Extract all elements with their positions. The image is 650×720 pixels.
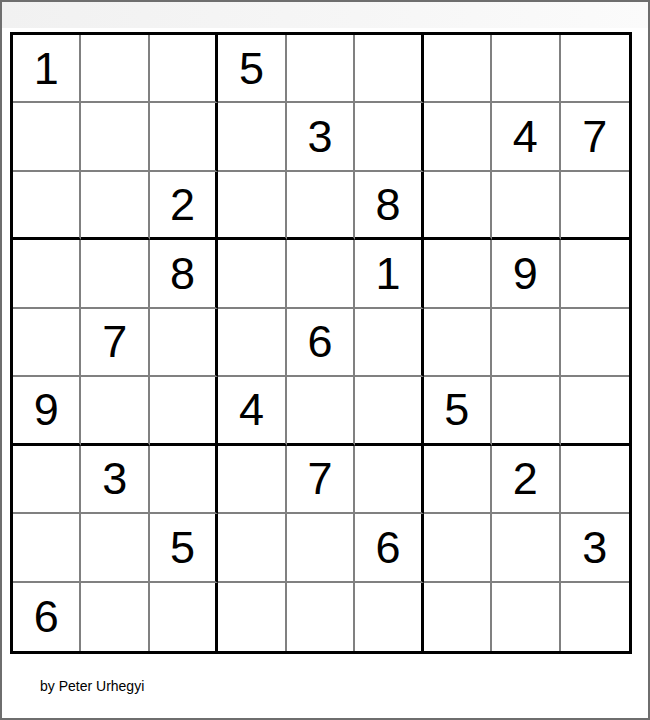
cell-r5c5[interactable]: 6 [287,309,355,377]
cell-r6c6[interactable] [355,377,423,445]
cell-r6c9[interactable] [561,377,629,445]
cell-r9c4[interactable] [218,583,286,651]
cell-r3c7[interactable] [424,172,492,240]
cell-r6c3[interactable] [150,377,218,445]
cell-r8c6[interactable]: 6 [355,514,423,582]
cell-r9c2[interactable] [81,583,149,651]
cell-r3c4[interactable] [218,172,286,240]
cell-r2c3[interactable] [150,103,218,171]
cell-r3c2[interactable] [81,172,149,240]
cell-r9c1[interactable]: 6 [13,583,81,651]
cell-r9c9[interactable] [561,583,629,651]
cell-r4c1[interactable] [13,240,81,308]
cell-r7c6[interactable] [355,446,423,514]
sudoku-board: 1534728819769453725636 [10,32,632,654]
cell-r9c6[interactable] [355,583,423,651]
cell-r8c9[interactable]: 3 [561,514,629,582]
cell-r7c9[interactable] [561,446,629,514]
cell-r1c2[interactable] [81,35,149,103]
cell-r8c4[interactable] [218,514,286,582]
cell-r8c3[interactable]: 5 [150,514,218,582]
cell-r8c1[interactable] [13,514,81,582]
cell-r6c8[interactable] [492,377,560,445]
cell-r4c5[interactable] [287,240,355,308]
puzzle-window: 1534728819769453725636 by Peter Urhegyi [0,0,650,720]
cell-r8c8[interactable] [492,514,560,582]
credit-text: by Peter Urhegyi [40,678,648,694]
cell-r3c8[interactable] [492,172,560,240]
cell-r2c8[interactable]: 4 [492,103,560,171]
cell-r7c8[interactable]: 2 [492,446,560,514]
cell-r5c1[interactable] [13,309,81,377]
cell-r9c5[interactable] [287,583,355,651]
cell-r3c5[interactable] [287,172,355,240]
cell-r2c2[interactable] [81,103,149,171]
cell-r7c5[interactable]: 7 [287,446,355,514]
cell-r1c6[interactable] [355,35,423,103]
cell-r1c7[interactable] [424,35,492,103]
cell-r1c3[interactable] [150,35,218,103]
cell-r8c5[interactable] [287,514,355,582]
cell-r2c4[interactable] [218,103,286,171]
cell-r2c7[interactable] [424,103,492,171]
cell-r7c7[interactable] [424,446,492,514]
cell-r2c9[interactable]: 7 [561,103,629,171]
cell-r2c1[interactable] [13,103,81,171]
cell-r6c2[interactable] [81,377,149,445]
cell-r4c9[interactable] [561,240,629,308]
cell-r8c2[interactable] [81,514,149,582]
cell-r3c6[interactable]: 8 [355,172,423,240]
cell-r5c3[interactable] [150,309,218,377]
window-top-strip [2,2,648,28]
cell-r8c7[interactable] [424,514,492,582]
cell-r5c8[interactable] [492,309,560,377]
cell-r3c3[interactable]: 2 [150,172,218,240]
cell-r5c7[interactable] [424,309,492,377]
cell-r4c4[interactable] [218,240,286,308]
cell-r4c3[interactable]: 8 [150,240,218,308]
cell-r6c1[interactable]: 9 [13,377,81,445]
cell-r2c5[interactable]: 3 [287,103,355,171]
cell-r7c2[interactable]: 3 [81,446,149,514]
cell-r4c7[interactable] [424,240,492,308]
cell-r5c2[interactable]: 7 [81,309,149,377]
cell-r3c1[interactable] [13,172,81,240]
cell-r9c8[interactable] [492,583,560,651]
cell-r7c1[interactable] [13,446,81,514]
cell-r1c9[interactable] [561,35,629,103]
cell-r4c6[interactable]: 1 [355,240,423,308]
cell-r6c5[interactable] [287,377,355,445]
cell-r5c6[interactable] [355,309,423,377]
cell-r5c4[interactable] [218,309,286,377]
cell-r7c3[interactable] [150,446,218,514]
cell-r9c7[interactable] [424,583,492,651]
cell-r6c4[interactable]: 4 [218,377,286,445]
cell-r4c2[interactable] [81,240,149,308]
cell-r1c5[interactable] [287,35,355,103]
cell-r4c8[interactable]: 9 [492,240,560,308]
cell-r1c1[interactable]: 1 [13,35,81,103]
cell-r7c4[interactable] [218,446,286,514]
cell-r1c4[interactable]: 5 [218,35,286,103]
cell-r2c6[interactable] [355,103,423,171]
cell-r3c9[interactable] [561,172,629,240]
cell-r5c9[interactable] [561,309,629,377]
cell-r9c3[interactable] [150,583,218,651]
cell-r1c8[interactable] [492,35,560,103]
cell-r6c7[interactable]: 5 [424,377,492,445]
